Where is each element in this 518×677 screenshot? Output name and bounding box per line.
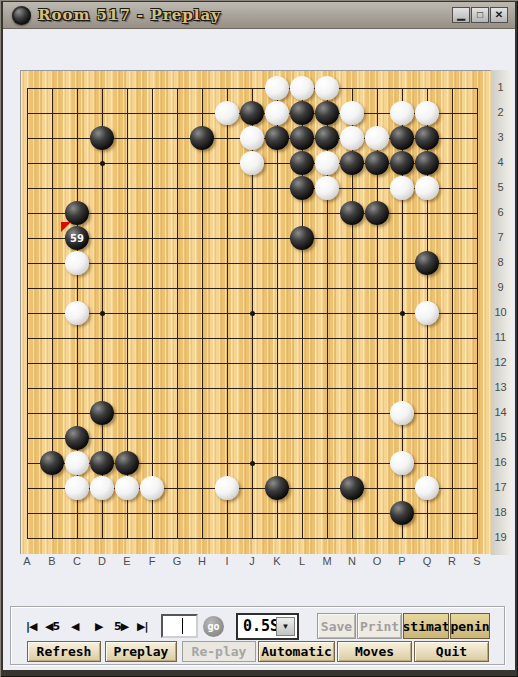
row-label-13: 13 xyxy=(491,381,510,393)
stone-black-D16 xyxy=(90,451,114,475)
stone-white-M1 xyxy=(315,76,339,100)
stone-white-D17 xyxy=(90,476,114,500)
close-button[interactable]: ✕ xyxy=(490,7,508,23)
go-button[interactable]: go xyxy=(203,616,224,637)
column-label-I: I xyxy=(218,555,236,567)
column-label-P: P xyxy=(393,555,411,567)
column-label-L: L xyxy=(293,555,311,567)
stone-black-O6 xyxy=(365,201,389,225)
stone-black-L2 xyxy=(290,101,314,125)
row-label-11: 11 xyxy=(491,331,510,343)
stone-white-Q5 xyxy=(415,176,439,200)
stone-black-K3 xyxy=(265,126,289,150)
stone-white-Q17 xyxy=(415,476,439,500)
estimate-button[interactable]: stimat xyxy=(403,613,449,639)
stone-black-P3 xyxy=(390,126,414,150)
stone-white-C16 xyxy=(65,451,89,475)
stone-black-M2 xyxy=(315,101,339,125)
row-label-1: 1 xyxy=(491,81,510,93)
stone-black-K17 xyxy=(265,476,289,500)
nav-forward-1-button[interactable]: ▶ xyxy=(95,619,102,634)
moves-button[interactable]: Moves xyxy=(337,641,412,662)
stone-white-J4 xyxy=(240,151,264,175)
stone-white-I17 xyxy=(215,476,239,500)
row-label-14: 14 xyxy=(491,406,510,418)
delay-value: 0.5S xyxy=(243,617,279,635)
minimize-button[interactable]: ▁ xyxy=(452,7,470,23)
stone-white-L1 xyxy=(290,76,314,100)
nav-first-button[interactable]: |◀ xyxy=(26,619,36,634)
opening-button[interactable]: penin xyxy=(450,613,490,639)
preplay-button[interactable]: Preplay xyxy=(105,641,177,662)
row-label-10: 10 xyxy=(491,306,510,318)
star-point xyxy=(400,311,405,316)
stone-black-N4 xyxy=(340,151,364,175)
stone-white-N3 xyxy=(340,126,364,150)
column-label-Q: Q xyxy=(418,555,436,567)
star-point xyxy=(100,311,105,316)
row-label-18: 18 xyxy=(491,506,510,518)
last-move-marker xyxy=(61,222,71,232)
column-label-F: F xyxy=(143,555,161,567)
stone-black-O4 xyxy=(365,151,389,175)
maximize-icon: □ xyxy=(477,10,483,20)
stone-white-C8 xyxy=(65,251,89,275)
stone-white-O3 xyxy=(365,126,389,150)
refresh-button[interactable]: Refresh xyxy=(27,641,101,662)
nav-last-button[interactable]: ▶| xyxy=(137,619,147,634)
column-label-S: S xyxy=(468,555,486,567)
stone-black-D14 xyxy=(90,401,114,425)
move-number-input[interactable] xyxy=(161,614,198,638)
stone-white-N2 xyxy=(340,101,364,125)
row-label-15: 15 xyxy=(491,431,510,443)
chevron-down-icon[interactable]: ▼ xyxy=(276,617,295,636)
go-board[interactable]: 59 xyxy=(20,70,491,554)
row-label-6: 6 xyxy=(491,206,510,218)
stone-white-M4 xyxy=(315,151,339,175)
stone-black-Q4 xyxy=(415,151,439,175)
stone-white-I2 xyxy=(215,101,239,125)
delay-select[interactable]: 0.5S ▼ xyxy=(236,613,299,640)
column-label-A: A xyxy=(18,555,36,567)
stone-white-C10 xyxy=(65,301,89,325)
quit-button[interactable]: Quit xyxy=(414,641,489,662)
column-label-O: O xyxy=(368,555,386,567)
stone-white-P16 xyxy=(390,451,414,475)
stone-white-K2 xyxy=(265,101,289,125)
stone-black-P4 xyxy=(390,151,414,175)
stone-black-M3 xyxy=(315,126,339,150)
stone-white-C17 xyxy=(65,476,89,500)
automatic-button[interactable]: Automatic xyxy=(258,641,335,662)
stone-black-B16 xyxy=(40,451,64,475)
stone-black-L3 xyxy=(290,126,314,150)
stone-black-P18 xyxy=(390,501,414,525)
column-label-D: D xyxy=(93,555,111,567)
stone-black-Q3 xyxy=(415,126,439,150)
stone-black-H3 xyxy=(190,126,214,150)
stone-black-N6 xyxy=(340,201,364,225)
app-window: Room 517 - Preplay ▁ □ ✕ 59 123456789101… xyxy=(0,0,518,677)
stone-black-E16 xyxy=(115,451,139,475)
row-label-8: 8 xyxy=(491,256,510,268)
column-label-R: R xyxy=(443,555,461,567)
column-label-G: G xyxy=(168,555,186,567)
column-label-E: E xyxy=(118,555,136,567)
nav-forward-5-button[interactable]: 5▶ xyxy=(114,619,128,634)
stone-black-L4 xyxy=(290,151,314,175)
column-label-K: K xyxy=(268,555,286,567)
row-label-9: 9 xyxy=(491,281,510,293)
stone-white-Q10 xyxy=(415,301,439,325)
stone-white-Q2 xyxy=(415,101,439,125)
stone-white-E17 xyxy=(115,476,139,500)
titlebar[interactable]: Room 517 - Preplay ▁ □ ✕ xyxy=(3,2,515,29)
column-label-J: J xyxy=(243,555,261,567)
save-button[interactable]: Save xyxy=(317,613,356,639)
row-labels-strip: 12345678910111213141516171819 xyxy=(491,70,512,555)
stone-white-P5 xyxy=(390,176,414,200)
row-label-16: 16 xyxy=(491,456,510,468)
print-button[interactable]: Print xyxy=(357,613,402,639)
stone-white-M5 xyxy=(315,176,339,200)
row-label-3: 3 xyxy=(491,131,510,143)
stone-black-L5 xyxy=(290,176,314,200)
column-label-M: M xyxy=(318,555,336,567)
row-label-7: 7 xyxy=(491,231,510,243)
stone-black-C7: 59 xyxy=(65,226,89,250)
text-cursor xyxy=(182,618,183,634)
replay-button[interactable]: Re-play xyxy=(182,641,256,662)
stone-black-C15 xyxy=(65,426,89,450)
column-label-C: C xyxy=(68,555,86,567)
minimize-icon: ▁ xyxy=(457,10,465,20)
star-point xyxy=(100,161,105,166)
row-label-19: 19 xyxy=(491,531,510,543)
row-label-4: 4 xyxy=(491,156,510,168)
move-number-label: 59 xyxy=(70,233,84,244)
stone-black-L7 xyxy=(290,226,314,250)
row-label-2: 2 xyxy=(491,106,510,118)
row-label-17: 17 xyxy=(491,481,510,493)
window-title: Room 517 - Preplay xyxy=(38,6,221,24)
row-label-12: 12 xyxy=(491,356,510,368)
stone-white-K1 xyxy=(265,76,289,100)
row-label-5: 5 xyxy=(491,181,510,193)
stone-white-P14 xyxy=(390,401,414,425)
star-point xyxy=(250,311,255,316)
stone-white-J3 xyxy=(240,126,264,150)
stone-black-J2 xyxy=(240,101,264,125)
close-icon: ✕ xyxy=(495,10,503,20)
stone-black-D3 xyxy=(90,126,114,150)
stone-white-F17 xyxy=(140,476,164,500)
maximize-button[interactable]: □ xyxy=(471,7,489,23)
stone-black-Q8 xyxy=(415,251,439,275)
stone-white-P2 xyxy=(390,101,414,125)
nav-back-5-button[interactable]: ◀5 xyxy=(45,619,59,634)
column-label-B: B xyxy=(43,555,61,567)
app-icon xyxy=(12,6,31,25)
column-label-H: H xyxy=(193,555,211,567)
column-label-N: N xyxy=(343,555,361,567)
board-grid[interactable]: 59 xyxy=(27,88,478,539)
star-point xyxy=(250,461,255,466)
stone-black-N17 xyxy=(340,476,364,500)
nav-back-1-button[interactable]: ◀ xyxy=(71,619,78,634)
